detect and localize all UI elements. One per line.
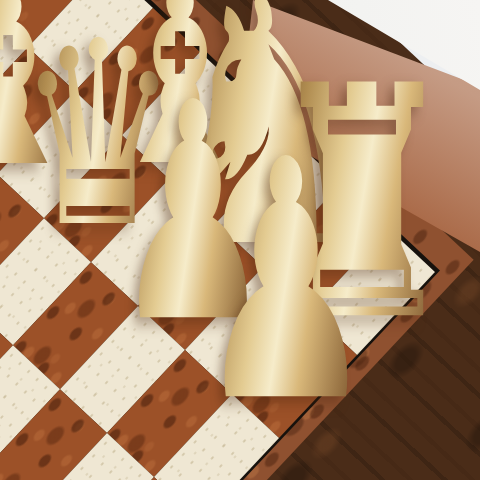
chess-table-photo: ♝ ♛ ♝ ♞ ♟ ♜ ♟ bbox=[0, 0, 480, 480]
piece-pawn-g1[interactable]: ♟ bbox=[194, 117, 377, 447]
